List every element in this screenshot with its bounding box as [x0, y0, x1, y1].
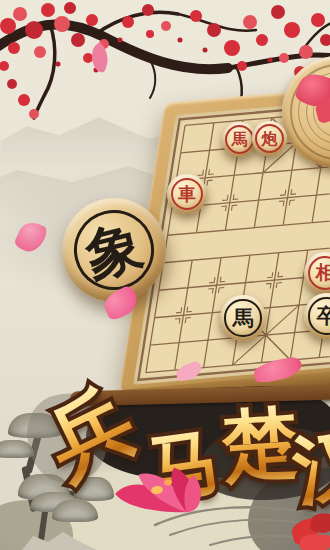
- splash-screen: 馬 炮 車 馬 相 卒 象: [0, 0, 330, 550]
- piece-label: 馬: [224, 299, 261, 336]
- piece-label: 相: [308, 256, 330, 290]
- pine-foliage: [52, 500, 98, 522]
- piece-red-chariot[interactable]: 車: [167, 174, 207, 214]
- piece-label: 炮: [255, 124, 284, 153]
- piece-red-cannon[interactable]: 炮: [252, 121, 287, 156]
- red-flower: [299, 533, 330, 550]
- piece-label: 卒: [308, 297, 330, 334]
- piece-label: 象: [65, 201, 163, 299]
- piece-label: 車: [171, 178, 204, 211]
- title-char-chu: 楚 楚: [219, 403, 300, 484]
- piece-label: 馬: [225, 125, 254, 154]
- piece-black-horse[interactable]: 馬: [220, 295, 266, 341]
